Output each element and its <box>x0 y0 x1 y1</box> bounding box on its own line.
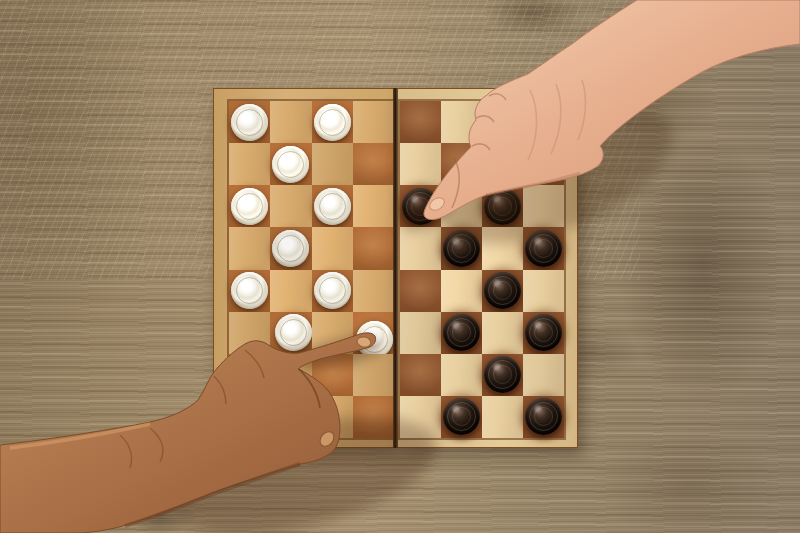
square-a3[interactable] <box>229 185 270 227</box>
square-g3[interactable] <box>482 185 523 227</box>
white-piece-b2[interactable] <box>272 146 309 183</box>
black-piece-f4[interactable] <box>443 230 480 267</box>
square-b3[interactable] <box>270 185 311 227</box>
square-b6[interactable] <box>270 312 311 354</box>
square-f1[interactable] <box>441 101 482 143</box>
checkers-scene <box>0 0 800 533</box>
square-h1[interactable] <box>523 101 564 143</box>
square-b7[interactable] <box>270 354 311 396</box>
square-e3[interactable] <box>400 185 441 227</box>
square-a4[interactable] <box>229 227 270 269</box>
white-piece-a5[interactable] <box>231 272 268 309</box>
square-f4[interactable] <box>441 227 482 269</box>
bottom-hand-edge-shading <box>125 464 300 526</box>
square-c7[interactable] <box>312 354 353 396</box>
black-piece-e3[interactable] <box>402 188 439 225</box>
square-b4[interactable] <box>270 227 311 269</box>
square-c8[interactable] <box>312 396 353 438</box>
playing-area-right <box>400 101 564 438</box>
square-d7[interactable] <box>353 354 394 396</box>
square-e8[interactable] <box>400 396 441 438</box>
white-piece-c3[interactable] <box>314 188 351 225</box>
black-piece-f8[interactable] <box>443 398 480 435</box>
square-d1[interactable] <box>353 101 394 143</box>
white-piece-d6[interactable] <box>356 321 393 358</box>
square-g4[interactable] <box>482 227 523 269</box>
black-piece-g3[interactable] <box>484 188 521 225</box>
square-g1[interactable] <box>482 101 523 143</box>
square-d8[interactable] <box>353 396 394 438</box>
square-f5[interactable] <box>441 270 482 312</box>
square-h6[interactable] <box>523 312 564 354</box>
white-piece-c5[interactable] <box>314 272 351 309</box>
square-c4[interactable] <box>312 227 353 269</box>
square-b2[interactable] <box>270 143 311 185</box>
bottom-wrist-creases <box>120 428 163 468</box>
square-e5[interactable] <box>400 270 441 312</box>
white-piece-b6[interactable] <box>275 314 312 351</box>
square-e4[interactable] <box>400 227 441 269</box>
square-h3[interactable] <box>523 185 564 227</box>
black-piece-g5[interactable] <box>484 272 521 309</box>
square-f7[interactable] <box>441 354 482 396</box>
square-c2[interactable] <box>312 143 353 185</box>
square-d6[interactable] <box>353 312 394 354</box>
black-piece-h6[interactable] <box>525 314 562 351</box>
square-a6[interactable] <box>229 312 270 354</box>
white-piece-a1[interactable] <box>231 104 268 141</box>
square-g5[interactable] <box>482 270 523 312</box>
square-c5[interactable] <box>312 270 353 312</box>
white-piece-b4[interactable] <box>272 230 309 267</box>
square-b5[interactable] <box>270 270 311 312</box>
square-d5[interactable] <box>353 270 394 312</box>
square-g7[interactable] <box>482 354 523 396</box>
square-b1[interactable] <box>270 101 311 143</box>
square-a5[interactable] <box>229 270 270 312</box>
square-e2[interactable] <box>400 143 441 185</box>
board-right-half <box>397 88 578 448</box>
square-b8[interactable] <box>270 396 311 438</box>
square-c1[interactable] <box>312 101 353 143</box>
square-h7[interactable] <box>523 354 564 396</box>
square-c6[interactable] <box>312 312 353 354</box>
square-h2[interactable] <box>523 143 564 185</box>
white-piece-c1[interactable] <box>314 104 351 141</box>
square-d4[interactable] <box>353 227 394 269</box>
square-a2[interactable] <box>229 143 270 185</box>
playing-area-left <box>229 101 394 438</box>
black-piece-h4[interactable] <box>525 230 562 267</box>
square-h5[interactable] <box>523 270 564 312</box>
square-h8[interactable] <box>523 396 564 438</box>
square-f8[interactable] <box>441 396 482 438</box>
black-piece-g7[interactable] <box>484 356 521 393</box>
black-piece-h8[interactable] <box>525 398 562 435</box>
square-e1[interactable] <box>400 101 441 143</box>
square-d3[interactable] <box>353 185 394 227</box>
square-d2[interactable] <box>353 143 394 185</box>
square-a1[interactable] <box>229 101 270 143</box>
white-piece-a3[interactable] <box>231 188 268 225</box>
square-a7[interactable] <box>229 354 270 396</box>
square-g8[interactable] <box>482 396 523 438</box>
square-g6[interactable] <box>482 312 523 354</box>
board-fold-seam <box>393 88 398 448</box>
square-f2[interactable] <box>441 143 482 185</box>
square-c3[interactable] <box>312 185 353 227</box>
square-e6[interactable] <box>400 312 441 354</box>
square-a8[interactable] <box>229 396 270 438</box>
black-piece-f6[interactable] <box>443 314 480 351</box>
square-h4[interactable] <box>523 227 564 269</box>
square-g2[interactable] <box>482 143 523 185</box>
square-f6[interactable] <box>441 312 482 354</box>
square-f3[interactable] <box>441 185 482 227</box>
board-left-half <box>213 88 394 448</box>
bottom-forearm-highlight <box>10 424 150 448</box>
square-e7[interactable] <box>400 354 441 396</box>
